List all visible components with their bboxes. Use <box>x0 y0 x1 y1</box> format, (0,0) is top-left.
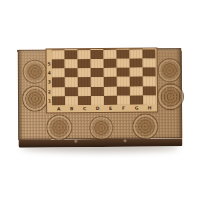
square-b4 <box>65 68 78 77</box>
square-c2 <box>78 87 91 96</box>
square-a2 <box>52 87 65 96</box>
square-e6 <box>103 50 116 59</box>
square-b6 <box>64 50 77 59</box>
square-f5 <box>117 59 130 68</box>
square-h1 <box>143 95 156 104</box>
board-top-surface: 12345 ABCDEFGH <box>17 48 182 140</box>
square-g5 <box>130 59 143 68</box>
square-e1 <box>104 96 117 105</box>
carved-panel-right <box>156 49 181 111</box>
square-e4 <box>104 68 117 77</box>
square-e5 <box>104 59 117 68</box>
square-g2 <box>130 86 143 95</box>
square-a3 <box>52 78 65 87</box>
square-f3 <box>117 77 130 86</box>
carved-panel-left <box>19 51 48 113</box>
square-f1 <box>117 95 130 104</box>
square-g4 <box>130 68 143 77</box>
chessboard: 12345 ABCDEFGH <box>46 48 157 112</box>
square-e2 <box>104 86 117 95</box>
square-c5 <box>78 59 91 68</box>
wooden-board: 12345 ABCDEFGH <box>17 48 182 148</box>
square-c6 <box>77 50 90 59</box>
square-d6 <box>90 50 103 59</box>
square-b2 <box>65 87 78 96</box>
square-a4 <box>52 69 65 78</box>
product-photo: 12345 ABCDEFGH <box>0 0 200 200</box>
square-f6 <box>116 49 129 58</box>
rosette-icon <box>132 113 158 139</box>
square-h2 <box>143 86 156 95</box>
square-h6 <box>142 49 155 58</box>
rosette-icon <box>46 114 72 140</box>
square-h4 <box>143 68 156 77</box>
square-h3 <box>143 77 156 86</box>
square-d2 <box>91 86 104 95</box>
square-g1 <box>130 95 143 104</box>
square-d3 <box>91 77 104 86</box>
board-front-edge <box>18 138 182 148</box>
rosette-icon <box>89 116 113 140</box>
rosette-icon <box>157 83 184 110</box>
square-a6 <box>51 50 64 59</box>
square-c3 <box>78 77 91 86</box>
square-h5 <box>143 58 156 67</box>
carved-band-bottom <box>19 111 181 139</box>
square-f2 <box>117 86 130 95</box>
square-f4 <box>117 68 130 77</box>
square-c4 <box>78 68 91 77</box>
square-d4 <box>91 68 104 77</box>
rosette-icon <box>158 58 182 82</box>
square-b1 <box>65 96 78 105</box>
rosette-icon <box>22 86 48 112</box>
rosette-icon <box>23 60 47 84</box>
square-b3 <box>65 78 78 87</box>
square-b5 <box>65 59 78 68</box>
square-d5 <box>91 59 104 68</box>
square-c1 <box>78 96 91 105</box>
square-g6 <box>129 49 142 58</box>
chessboard-clip <box>51 48 156 105</box>
square-d1 <box>91 96 104 105</box>
square-a1 <box>52 96 65 105</box>
chess-grid <box>51 48 156 105</box>
square-e3 <box>104 77 117 86</box>
square-g3 <box>130 77 143 86</box>
square-a5 <box>52 59 65 68</box>
